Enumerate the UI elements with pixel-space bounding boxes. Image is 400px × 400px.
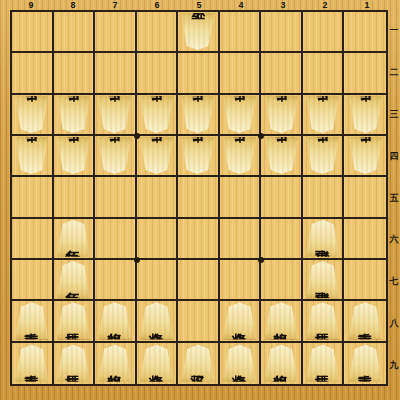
square-5七[interactable] [178,260,220,301]
square-5二[interactable] [178,53,220,94]
square-9二[interactable] [12,53,54,94]
piece-sente-silver[interactable]: 銀将 [264,345,299,382]
square-5九[interactable]: 玉将 [178,343,220,384]
piece-gote-pawn[interactable]: 歩兵 [14,96,49,133]
file-label-4: 4 [220,0,262,10]
square-1六[interactable] [344,219,386,260]
piece-gote-pawn[interactable]: 歩兵 [139,96,174,133]
piece-gote-pawn[interactable]: 歩兵 [14,137,49,174]
piece-gote-pawn[interactable]: 歩兵 [139,137,174,174]
rank-label-7: 七 [388,261,400,303]
square-7九[interactable]: 銀将 [95,343,137,384]
square-5五[interactable] [178,177,220,218]
rank-label-3: 三 [388,94,400,136]
file-label-5: 5 [178,0,220,10]
piece-gote-pawn[interactable]: 歩兵 [222,96,257,133]
square-5四[interactable]: 歩兵 [178,136,220,177]
square-8二[interactable] [54,53,96,94]
square-9八[interactable]: 香車 [12,301,54,342]
square-6七[interactable] [137,260,179,301]
star-point-icon [258,257,264,263]
square-2四[interactable]: 歩兵 [303,136,345,177]
file-label-2: 2 [304,0,346,10]
piece-sente-knight[interactable]: 桂馬 [305,302,340,339]
piece-sente-knight[interactable]: 桂馬 [56,345,91,382]
rank-label-4: 四 [388,135,400,177]
piece-gote-pawn[interactable]: 歩兵 [56,96,91,133]
shogi-app: 987654321 一二三四五六七八九 王将歩兵歩兵歩兵歩兵歩兵歩兵歩兵歩兵歩兵… [0,0,400,400]
square-3三[interactable]: 歩兵 [261,95,303,136]
star-point-icon [134,257,140,263]
piece-sente-lance[interactable]: 香車 [348,302,383,339]
square-7六[interactable] [95,219,137,260]
piece-gote-pawn[interactable]: 歩兵 [348,137,383,174]
square-9七[interactable] [12,260,54,301]
piece-sente-bishop[interactable]: 角行 [56,261,91,298]
file-label-8: 8 [52,0,94,10]
piece-sente-lance[interactable]: 香車 [348,345,383,382]
rank-label-5: 五 [388,177,400,219]
square-3二[interactable] [261,53,303,94]
square-3五[interactable] [261,177,303,218]
square-1二[interactable] [344,53,386,94]
square-4九[interactable]: 金将 [220,343,262,384]
square-8六[interactable]: 角行 [54,219,96,260]
square-2九[interactable]: 桂馬 [303,343,345,384]
file-label-3: 3 [262,0,304,10]
piece-sente-lance[interactable]: 香車 [14,345,49,382]
square-3一[interactable] [261,12,303,53]
piece-gote-pawn[interactable]: 歩兵 [264,137,299,174]
square-1九[interactable]: 香車 [344,343,386,384]
square-8四[interactable]: 歩兵 [54,136,96,177]
square-2五[interactable] [303,177,345,218]
square-6四[interactable]: 歩兵 [137,136,179,177]
square-1五[interactable] [344,177,386,218]
square-3四[interactable]: 歩兵 [261,136,303,177]
square-5八[interactable] [178,301,220,342]
square-3七[interactable] [261,260,303,301]
file-label-1: 1 [346,0,388,10]
square-7七[interactable] [95,260,137,301]
square-1七[interactable] [344,260,386,301]
square-6五[interactable] [137,177,179,218]
shogi-board: 王将歩兵歩兵歩兵歩兵歩兵歩兵歩兵歩兵歩兵歩兵歩兵歩兵歩兵歩兵歩兵歩兵歩兵歩兵角行… [10,10,388,386]
square-2二[interactable] [303,53,345,94]
square-7一[interactable] [95,12,137,53]
square-6二[interactable] [137,53,179,94]
square-4五[interactable] [220,177,262,218]
square-3八[interactable]: 銀将 [261,301,303,342]
rank-label-2: 二 [388,52,400,94]
piece-sente-silver[interactable]: 銀将 [97,345,132,382]
piece-gote-pawn[interactable]: 歩兵 [264,96,299,133]
square-6三[interactable]: 歩兵 [137,95,179,136]
square-6九[interactable]: 金将 [137,343,179,384]
piece-sente-silver[interactable]: 銀将 [97,302,132,339]
square-8五[interactable] [54,177,96,218]
piece-gote-pawn[interactable]: 歩兵 [97,96,132,133]
square-7五[interactable] [95,177,137,218]
rank-label-9: 九 [388,344,400,386]
square-9一[interactable] [12,12,54,53]
file-label-7: 7 [94,0,136,10]
square-9三[interactable]: 歩兵 [12,95,54,136]
piece-gote-pawn[interactable]: 歩兵 [348,96,383,133]
file-label-9: 9 [10,0,52,10]
square-5三[interactable]: 歩兵 [178,95,220,136]
piece-gote-pawn[interactable]: 歩兵 [180,137,215,174]
rank-label-1: 一 [388,10,400,52]
square-1一[interactable] [344,12,386,53]
piece-sente-knight[interactable]: 桂馬 [56,302,91,339]
square-4七[interactable] [220,260,262,301]
piece-sente-rook[interactable]: 飛車 [305,220,340,257]
square-9六[interactable] [12,219,54,260]
piece-sente-knight[interactable]: 桂馬 [305,345,340,382]
square-6六[interactable] [137,219,179,260]
square-1三[interactable]: 歩兵 [344,95,386,136]
piece-gote-pawn[interactable]: 歩兵 [97,137,132,174]
file-label-6: 6 [136,0,178,10]
star-point-icon [258,133,264,139]
rank-labels: 一二三四五六七八九 [388,10,400,386]
square-7八[interactable]: 銀将 [95,301,137,342]
square-8一[interactable] [54,12,96,53]
square-1八[interactable]: 香車 [344,301,386,342]
square-6八[interactable]: 金将 [137,301,179,342]
piece-sente-bishop[interactable]: 角行 [56,220,91,257]
square-4六[interactable] [220,219,262,260]
square-4三[interactable]: 歩兵 [220,95,262,136]
square-7三[interactable]: 歩兵 [95,95,137,136]
piece-sente-gold[interactable]: 金将 [139,302,174,339]
square-6一[interactable] [137,12,179,53]
square-2三[interactable]: 歩兵 [303,95,345,136]
rank-label-8: 八 [388,302,400,344]
square-9九[interactable]: 香車 [12,343,54,384]
piece-sente-rook[interactable]: 飛車 [305,261,340,298]
square-9五[interactable] [12,177,54,218]
square-7二[interactable] [95,53,137,94]
piece-sente-lance[interactable]: 香車 [14,302,49,339]
piece-gote-pawn[interactable]: 歩兵 [305,96,340,133]
square-2一[interactable] [303,12,345,53]
piece-sente-king[interactable]: 玉将 [180,345,215,382]
square-4一[interactable] [220,12,262,53]
piece-gote-pawn[interactable]: 歩兵 [180,96,215,133]
square-8九[interactable]: 桂馬 [54,343,96,384]
piece-gote-pawn[interactable]: 歩兵 [305,137,340,174]
piece-sente-gold[interactable]: 金将 [222,302,257,339]
piece-gote-pawn[interactable]: 歩兵 [222,137,257,174]
rank-label-6: 六 [388,219,400,261]
square-8八[interactable]: 桂馬 [54,301,96,342]
square-8七[interactable]: 角行 [54,260,96,301]
square-3九[interactable]: 銀将 [261,343,303,384]
star-point-icon [134,133,140,139]
piece-sente-silver[interactable]: 銀将 [264,302,299,339]
piece-gote-king[interactable]: 王将 [180,13,215,50]
square-7四[interactable]: 歩兵 [95,136,137,177]
square-4八[interactable]: 金将 [220,301,262,342]
square-5一[interactable]: 王将 [178,12,220,53]
square-4二[interactable] [220,53,262,94]
square-4四[interactable]: 歩兵 [220,136,262,177]
square-1四[interactable]: 歩兵 [344,136,386,177]
piece-sente-gold[interactable]: 金将 [139,345,174,382]
square-3六[interactable] [261,219,303,260]
square-5六[interactable] [178,219,220,260]
square-2六[interactable]: 飛車 [303,219,345,260]
square-8三[interactable]: 歩兵 [54,95,96,136]
file-labels: 987654321 [10,0,388,10]
square-2八[interactable]: 桂馬 [303,301,345,342]
piece-gote-pawn[interactable]: 歩兵 [56,137,91,174]
square-2七[interactable]: 飛車 [303,260,345,301]
square-9四[interactable]: 歩兵 [12,136,54,177]
piece-sente-gold[interactable]: 金将 [222,345,257,382]
